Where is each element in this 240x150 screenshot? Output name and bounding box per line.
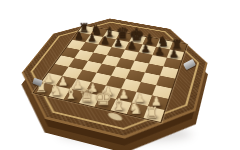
square-b5[interactable] <box>74 50 93 61</box>
piece-white-bishop[interactable]: ♝ <box>110 96 127 112</box>
product-photo: ♜♞♝♛♚♝♞♜♟♟♟♟♟♟♟♟♟♟♟♟♟♟♟♟♜♞♝♛♚♝♞♜ <box>0 0 240 150</box>
piece-black-pawn[interactable]: ♟ <box>138 43 152 54</box>
scene: ♜♞♝♛♚♝♞♜♟♟♟♟♟♟♟♟♟♟♟♟♟♟♟♟♜♞♝♛♚♝♞♜ <box>0 0 240 150</box>
piece-black-pawn[interactable]: ♟ <box>167 48 182 59</box>
piece-black-pawn[interactable]: ♟ <box>111 38 125 48</box>
piece-black-pawn[interactable]: ♟ <box>98 36 112 46</box>
piece-white-rook[interactable]: ♜ <box>143 105 160 120</box>
piece-white-queen[interactable]: ♛ <box>78 87 95 105</box>
piece-black-pawn[interactable]: ♟ <box>152 46 167 57</box>
piece-white-bishop[interactable]: ♝ <box>63 86 80 102</box>
piece-white-knight[interactable]: ♞ <box>126 100 143 116</box>
piece-white-knight[interactable]: ♞ <box>48 82 64 97</box>
piece-black-pawn[interactable]: ♟ <box>72 31 86 41</box>
piece-black-pawn[interactable]: ♟ <box>85 33 99 43</box>
square-h7[interactable]: ♟ <box>167 50 184 61</box>
square-g4[interactable] <box>141 73 160 86</box>
piece-white-king[interactable]: ♚ <box>94 88 111 108</box>
piece-black-pawn[interactable]: ♟ <box>125 41 139 51</box>
square-f5[interactable] <box>130 61 149 73</box>
square-g6[interactable] <box>149 55 167 66</box>
